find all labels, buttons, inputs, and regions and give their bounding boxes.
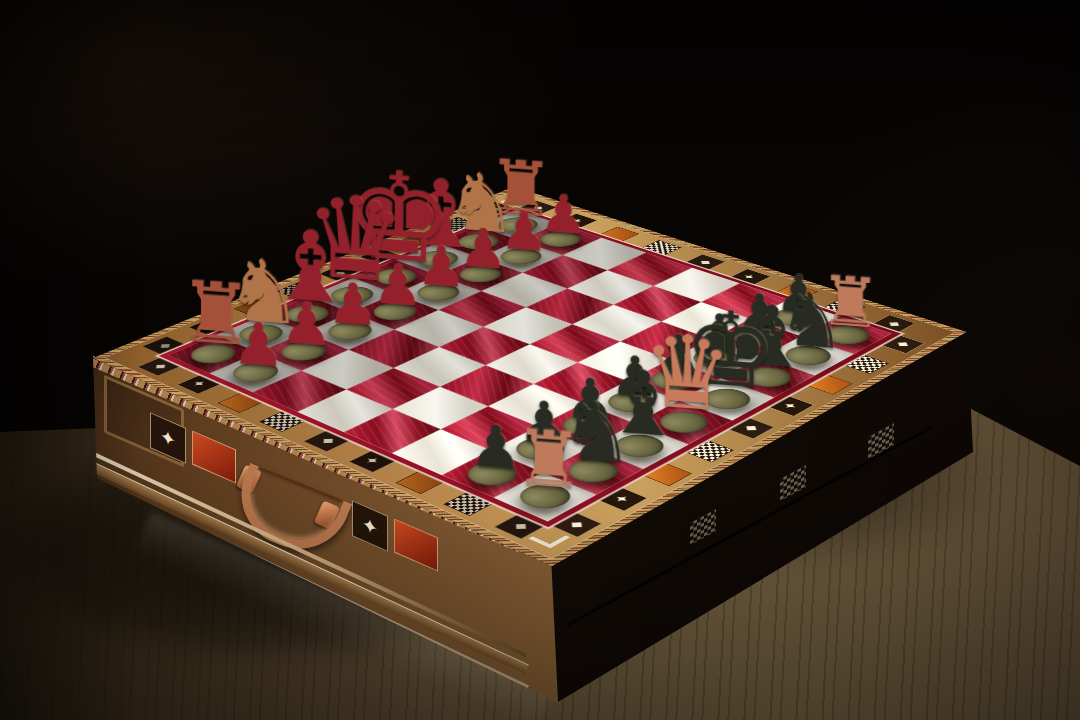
piece-red-pawn-a7[interactable]: ♟ bbox=[187, 310, 331, 380]
chess-board: ◆✦◆✦◆ ◆✦◆✦◆ ◆✦◆✦◆ ◆✦◆✦◆ ♜♞♝♛♚♝♞♜♟♟♟♟♟♟♟♟… bbox=[93, 186, 967, 566]
piece-dark-rook-a1[interactable]: ♜ bbox=[469, 415, 629, 504]
scene: ✦ ✦ ◆✦◆✦◆ ◆✦◆✦◆ ◆✦◆✦◆ ◆✦◆✦◆ bbox=[0, 0, 1080, 720]
board-perspective: ◆✦◆✦◆ ◆✦◆✦◆ ◆✦◆✦◆ ◆✦◆✦◆ ♜♞♝♛♚♝♞♜♟♟♟♟♟♟♟♟… bbox=[0, 0, 1080, 720]
